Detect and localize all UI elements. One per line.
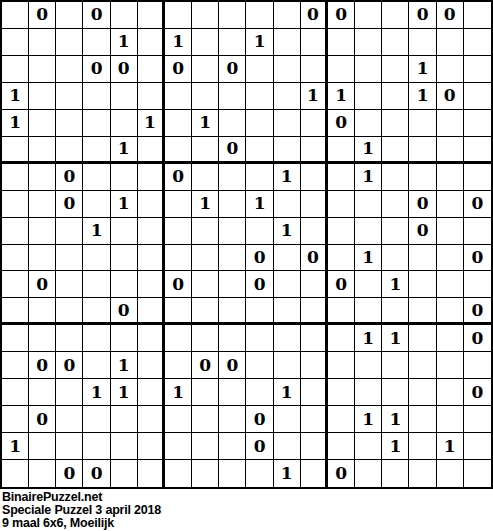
cell-r10c14: 1	[355, 245, 382, 272]
cell-r7c10[interactable]	[246, 164, 273, 191]
cell-r3c18[interactable]	[464, 56, 491, 83]
cell-r7c15[interactable]	[382, 164, 409, 191]
cell-r4c9[interactable]	[219, 83, 246, 110]
cell-r1c11[interactable]	[274, 2, 301, 29]
cell-r8c15[interactable]	[382, 191, 409, 218]
cell-r10c7[interactable]	[165, 245, 192, 272]
cell-r17c5[interactable]	[111, 433, 138, 460]
cell-r2c8[interactable]	[192, 29, 219, 56]
cell-r3c8[interactable]	[192, 56, 219, 83]
cell-r18c16[interactable]	[409, 460, 436, 487]
cell-r6c1[interactable]	[2, 137, 29, 164]
cell-r2c5: 1	[111, 29, 138, 56]
cell-r13c3[interactable]	[56, 325, 83, 352]
cell-r18c2[interactable]	[29, 460, 56, 487]
cell-r17c4[interactable]	[83, 433, 110, 460]
cell-r10c9[interactable]	[219, 245, 246, 272]
cell-r15c13[interactable]	[328, 379, 355, 406]
cell-r16c5[interactable]	[111, 406, 138, 433]
cell-r4c8[interactable]	[192, 83, 219, 110]
cell-r18c7[interactable]	[165, 460, 192, 487]
cell-r14c10[interactable]	[246, 352, 273, 379]
cell-r14c1[interactable]	[2, 352, 29, 379]
cell-r18c12[interactable]	[301, 460, 328, 487]
cell-r18c9[interactable]	[219, 460, 246, 487]
cell-r2c6[interactable]	[138, 29, 165, 56]
cell-r12c7[interactable]	[165, 298, 192, 325]
cell-r18c6[interactable]	[138, 460, 165, 487]
cell-r1c6[interactable]	[138, 2, 165, 29]
cell-r6c6[interactable]	[138, 137, 165, 164]
cell-r6c8[interactable]	[192, 137, 219, 164]
cell-r7c17[interactable]	[437, 164, 464, 191]
cell-r3c2[interactable]	[29, 56, 56, 83]
cell-r1c1[interactable]	[2, 2, 29, 29]
cell-r11c6[interactable]	[138, 271, 165, 298]
cell-r5c14[interactable]	[355, 110, 382, 137]
cell-r12c3[interactable]	[56, 298, 83, 325]
cell-r11c7: 0	[165, 271, 192, 298]
cell-r16c16[interactable]	[409, 406, 436, 433]
cell-r13c7[interactable]	[165, 325, 192, 352]
cell-r10c3[interactable]	[56, 245, 83, 272]
cell-r17c11[interactable]	[274, 433, 301, 460]
cell-r4c11[interactable]	[274, 83, 301, 110]
cell-r11c12[interactable]	[301, 271, 328, 298]
cell-r16c3[interactable]	[56, 406, 83, 433]
cell-r17c16[interactable]	[409, 433, 436, 460]
cell-r4c17: 0	[437, 83, 464, 110]
cell-r2c4[interactable]	[83, 29, 110, 56]
cell-r5c15[interactable]	[382, 110, 409, 137]
cell-r14c17[interactable]	[437, 352, 464, 379]
cell-r14c8: 0	[192, 352, 219, 379]
cell-r8c1[interactable]	[2, 191, 29, 218]
cell-r10c4[interactable]	[83, 245, 110, 272]
cell-r15c12[interactable]	[301, 379, 328, 406]
cell-r14c16[interactable]	[409, 352, 436, 379]
cell-r18c15[interactable]	[382, 460, 409, 487]
cell-r11c11[interactable]	[274, 271, 301, 298]
cell-r10c18: 0	[464, 245, 491, 272]
cell-r7c12[interactable]	[301, 164, 328, 191]
cell-r8c3: 0	[56, 191, 83, 218]
cell-r9c7[interactable]	[165, 218, 192, 245]
cell-r10c2[interactable]	[29, 245, 56, 272]
cell-r6c18[interactable]	[464, 137, 491, 164]
cell-r16c12[interactable]	[301, 406, 328, 433]
cell-r7c11: 1	[274, 164, 301, 191]
cell-r13c6[interactable]	[138, 325, 165, 352]
cell-r17c8[interactable]	[192, 433, 219, 460]
cell-r14c18[interactable]	[464, 352, 491, 379]
cell-r11c17[interactable]	[437, 271, 464, 298]
cell-r12c10[interactable]	[246, 298, 273, 325]
cell-r13c10[interactable]	[246, 325, 273, 352]
cell-r14c9: 0	[219, 352, 246, 379]
cell-r7c2[interactable]	[29, 164, 56, 191]
cell-r11c13: 0	[328, 271, 355, 298]
cell-r8c2[interactable]	[29, 191, 56, 218]
cell-r13c9[interactable]	[219, 325, 246, 352]
cell-r14c14[interactable]	[355, 352, 382, 379]
cell-r9c2[interactable]	[29, 218, 56, 245]
cell-r1c10[interactable]	[246, 2, 273, 29]
cell-r1c3[interactable]	[56, 2, 83, 29]
cell-r9c9[interactable]	[219, 218, 246, 245]
cell-r13c17[interactable]	[437, 325, 464, 352]
cell-r6c9: 0	[219, 137, 246, 164]
cell-r4c15[interactable]	[382, 83, 409, 110]
cell-r5c9[interactable]	[219, 110, 246, 137]
cell-r12c13[interactable]	[328, 298, 355, 325]
cell-r4c1: 1	[2, 83, 29, 110]
cell-r15c7: 1	[165, 379, 192, 406]
cell-r3c17[interactable]	[437, 56, 464, 83]
cell-r1c4: 0	[83, 2, 110, 29]
cell-r6c14: 1	[355, 137, 382, 164]
cell-r1c9[interactable]	[219, 2, 246, 29]
cell-r12c8[interactable]	[192, 298, 219, 325]
cell-r5c7[interactable]	[165, 110, 192, 137]
cell-r7c9[interactable]	[219, 164, 246, 191]
cell-r3c3[interactable]	[56, 56, 83, 83]
cell-r9c14[interactable]	[355, 218, 382, 245]
cell-r14c11[interactable]	[274, 352, 301, 379]
cell-r15c17[interactable]	[437, 379, 464, 406]
cell-r11c2: 0	[29, 271, 56, 298]
cell-r14c15[interactable]	[382, 352, 409, 379]
cell-r14c12[interactable]	[301, 352, 328, 379]
cell-r2c16[interactable]	[409, 29, 436, 56]
cell-r9c15[interactable]	[382, 218, 409, 245]
cell-r13c14: 1	[355, 325, 382, 352]
cell-r7c6[interactable]	[138, 164, 165, 191]
cell-r16c10: 0	[246, 406, 273, 433]
cell-r9c3[interactable]	[56, 218, 83, 245]
cell-r12c11[interactable]	[274, 298, 301, 325]
cell-r6c7[interactable]	[165, 137, 192, 164]
cell-r13c12[interactable]	[301, 325, 328, 352]
cell-r15c15[interactable]	[382, 379, 409, 406]
cell-r11c3[interactable]	[56, 271, 83, 298]
cell-r10c15[interactable]	[382, 245, 409, 272]
cell-r14c4[interactable]	[83, 352, 110, 379]
cell-r7c16[interactable]	[409, 164, 436, 191]
cell-r18c18[interactable]	[464, 460, 491, 487]
cell-r13c8[interactable]	[192, 325, 219, 352]
cell-r8c5: 1	[111, 191, 138, 218]
cell-r17c10: 0	[246, 433, 273, 460]
cell-r18c4: 0	[83, 460, 110, 487]
cell-r9c18[interactable]	[464, 218, 491, 245]
cell-r17c3[interactable]	[56, 433, 83, 460]
cell-r11c4[interactable]	[83, 271, 110, 298]
cell-r12c9[interactable]	[219, 298, 246, 325]
cell-r6c11[interactable]	[274, 137, 301, 164]
cell-r8c7[interactable]	[165, 191, 192, 218]
cell-r7c8[interactable]	[192, 164, 219, 191]
cell-r4c12: 1	[301, 83, 328, 110]
cell-r10c13[interactable]	[328, 245, 355, 272]
cell-r15c1[interactable]	[2, 379, 29, 406]
cell-r11c15: 1	[382, 271, 409, 298]
cell-r10c10: 0	[246, 245, 273, 272]
cell-r12c6[interactable]	[138, 298, 165, 325]
cell-r17c18[interactable]	[464, 433, 491, 460]
cell-r9c13[interactable]	[328, 218, 355, 245]
cell-r7c3: 0	[56, 164, 83, 191]
cell-r16c9[interactable]	[219, 406, 246, 433]
cell-r15c9[interactable]	[219, 379, 246, 406]
cell-r10c16[interactable]	[409, 245, 436, 272]
cell-r3c5: 0	[111, 56, 138, 83]
cell-r4c6[interactable]	[138, 83, 165, 110]
cell-r9c5[interactable]	[111, 218, 138, 245]
cell-r17c9[interactable]	[219, 433, 246, 460]
cell-r7c1[interactable]	[2, 164, 29, 191]
cell-r2c15[interactable]	[382, 29, 409, 56]
cell-r8c14[interactable]	[355, 191, 382, 218]
cell-r12c18: 0	[464, 298, 491, 325]
cell-r8c6[interactable]	[138, 191, 165, 218]
cell-r16c17[interactable]	[437, 406, 464, 433]
cell-r5c12[interactable]	[301, 110, 328, 137]
cell-r15c5: 1	[111, 379, 138, 406]
cell-r8c9[interactable]	[219, 191, 246, 218]
cell-r15c6[interactable]	[138, 379, 165, 406]
cell-r16c14: 1	[355, 406, 382, 433]
cell-r2c13[interactable]	[328, 29, 355, 56]
cell-r17c13[interactable]	[328, 433, 355, 460]
cell-r4c10[interactable]	[246, 83, 273, 110]
cell-r6c4[interactable]	[83, 137, 110, 164]
cell-r5c2[interactable]	[29, 110, 56, 137]
cell-r6c2[interactable]	[29, 137, 56, 164]
cell-r16c6[interactable]	[138, 406, 165, 433]
cell-r2c14[interactable]	[355, 29, 382, 56]
cell-r5c16[interactable]	[409, 110, 436, 137]
cell-r8c13[interactable]	[328, 191, 355, 218]
cell-r2c9[interactable]	[219, 29, 246, 56]
cell-r1c13: 0	[328, 2, 355, 29]
cell-r10c5[interactable]	[111, 245, 138, 272]
cell-r13c2[interactable]	[29, 325, 56, 352]
cell-r18c13: 0	[328, 460, 355, 487]
cell-r10c6[interactable]	[138, 245, 165, 272]
cell-r6c17[interactable]	[437, 137, 464, 164]
cell-r5c18[interactable]	[464, 110, 491, 137]
cell-r11c14[interactable]	[355, 271, 382, 298]
cell-r12c2[interactable]	[29, 298, 56, 325]
cell-r14c5: 1	[111, 352, 138, 379]
cell-r6c3[interactable]	[56, 137, 83, 164]
cell-r6c12[interactable]	[301, 137, 328, 164]
cell-r1c14[interactable]	[355, 2, 382, 29]
cell-r4c4[interactable]	[83, 83, 110, 110]
cell-r8c16: 0	[409, 191, 436, 218]
cell-r9c12[interactable]	[301, 218, 328, 245]
cell-r13c11[interactable]	[274, 325, 301, 352]
cell-r15c2[interactable]	[29, 379, 56, 406]
cell-r9c17[interactable]	[437, 218, 464, 245]
cell-r6c16[interactable]	[409, 137, 436, 164]
cell-r11c16[interactable]	[409, 271, 436, 298]
cell-r2c11[interactable]	[274, 29, 301, 56]
cell-r9c10[interactable]	[246, 218, 273, 245]
cell-r15c4: 1	[83, 379, 110, 406]
cell-r3c6[interactable]	[138, 56, 165, 83]
cell-r11c18[interactable]	[464, 271, 491, 298]
cell-r1c5[interactable]	[111, 2, 138, 29]
cell-r14c6[interactable]	[138, 352, 165, 379]
cell-r3c7: 0	[165, 56, 192, 83]
cell-r1c15[interactable]	[382, 2, 409, 29]
cell-r13c13[interactable]	[328, 325, 355, 352]
cell-r2c12[interactable]	[301, 29, 328, 56]
cell-r7c18[interactable]	[464, 164, 491, 191]
cell-r12c17[interactable]	[437, 298, 464, 325]
cell-r17c17: 1	[437, 433, 464, 460]
cell-r11c1[interactable]	[2, 271, 29, 298]
cell-r5c4[interactable]	[83, 110, 110, 137]
cell-r14c7[interactable]	[165, 352, 192, 379]
cell-r3c14[interactable]	[355, 56, 382, 83]
cell-r6c10[interactable]	[246, 137, 273, 164]
cell-r5c8: 1	[192, 110, 219, 137]
cell-r17c15: 1	[382, 433, 409, 460]
cell-r2c7: 1	[165, 29, 192, 56]
cell-r7c4[interactable]	[83, 164, 110, 191]
cell-r2c1[interactable]	[2, 29, 29, 56]
cell-r18c3: 0	[56, 460, 83, 487]
cell-r15c10[interactable]	[246, 379, 273, 406]
cell-r2c18[interactable]	[464, 29, 491, 56]
cell-r16c15: 1	[382, 406, 409, 433]
cell-r5c17[interactable]	[437, 110, 464, 137]
cell-r16c7[interactable]	[165, 406, 192, 433]
cell-r10c1[interactable]	[2, 245, 29, 272]
cell-r14c3: 0	[56, 352, 83, 379]
cell-r13c5[interactable]	[111, 325, 138, 352]
cell-r5c10[interactable]	[246, 110, 273, 137]
cell-r16c8[interactable]	[192, 406, 219, 433]
cell-r12c1[interactable]	[2, 298, 29, 325]
cell-r9c1[interactable]	[2, 218, 29, 245]
cell-r10c8[interactable]	[192, 245, 219, 272]
cell-r8c17[interactable]	[437, 191, 464, 218]
cell-r12c14[interactable]	[355, 298, 382, 325]
cell-r13c16[interactable]	[409, 325, 436, 352]
cell-r1c8[interactable]	[192, 2, 219, 29]
cell-r18c17[interactable]	[437, 460, 464, 487]
cell-r17c12[interactable]	[301, 433, 328, 460]
cell-r7c14: 1	[355, 164, 382, 191]
cell-r18c1[interactable]	[2, 460, 29, 487]
cell-r7c13[interactable]	[328, 164, 355, 191]
cell-r16c18[interactable]	[464, 406, 491, 433]
cell-r4c18[interactable]	[464, 83, 491, 110]
cell-r4c7[interactable]	[165, 83, 192, 110]
cell-r10c12: 0	[301, 245, 328, 272]
cell-r13c4[interactable]	[83, 325, 110, 352]
cell-r15c14[interactable]	[355, 379, 382, 406]
cell-r1c2: 0	[29, 2, 56, 29]
cell-r13c1[interactable]	[2, 325, 29, 352]
cell-r17c6[interactable]	[138, 433, 165, 460]
cell-r3c13[interactable]	[328, 56, 355, 83]
cell-r5c3[interactable]	[56, 110, 83, 137]
cell-r12c4[interactable]	[83, 298, 110, 325]
cell-r15c8[interactable]	[192, 379, 219, 406]
cell-r16c13[interactable]	[328, 406, 355, 433]
cell-r4c5[interactable]	[111, 83, 138, 110]
cell-r17c7[interactable]	[165, 433, 192, 460]
cell-r2c3[interactable]	[56, 29, 83, 56]
cell-r3c10[interactable]	[246, 56, 273, 83]
cell-r6c5: 1	[111, 137, 138, 164]
cell-r16c4[interactable]	[83, 406, 110, 433]
cell-r18c8[interactable]	[192, 460, 219, 487]
cell-r15c16[interactable]	[409, 379, 436, 406]
cell-r1c12: 0	[301, 2, 328, 29]
cell-r3c11[interactable]	[274, 56, 301, 83]
cell-r10c11[interactable]	[274, 245, 301, 272]
cell-r8c12[interactable]	[301, 191, 328, 218]
cell-r4c14[interactable]	[355, 83, 382, 110]
cell-r8c4[interactable]	[83, 191, 110, 218]
cell-r12c12[interactable]	[301, 298, 328, 325]
cell-r17c2[interactable]	[29, 433, 56, 460]
cell-r11c8[interactable]	[192, 271, 219, 298]
cell-r3c12[interactable]	[301, 56, 328, 83]
cell-r7c5[interactable]	[111, 164, 138, 191]
cell-r17c14[interactable]	[355, 433, 382, 460]
cell-r1c7[interactable]	[165, 2, 192, 29]
cell-r18c10[interactable]	[246, 460, 273, 487]
cell-r16c1[interactable]	[2, 406, 29, 433]
cell-r3c1[interactable]	[2, 56, 29, 83]
cell-r9c8[interactable]	[192, 218, 219, 245]
cell-r6c15[interactable]	[382, 137, 409, 164]
cell-r11c9[interactable]	[219, 271, 246, 298]
cell-r2c2[interactable]	[29, 29, 56, 56]
cell-r14c13[interactable]	[328, 352, 355, 379]
cell-r12c15[interactable]	[382, 298, 409, 325]
cell-r4c2[interactable]	[29, 83, 56, 110]
cell-r8c11[interactable]	[274, 191, 301, 218]
cell-r9c6[interactable]	[138, 218, 165, 245]
cell-r7c7: 0	[165, 164, 192, 191]
cell-r18c5[interactable]	[111, 460, 138, 487]
cell-r4c3[interactable]	[56, 83, 83, 110]
cell-r11c5[interactable]	[111, 271, 138, 298]
cell-r5c6: 1	[138, 110, 165, 137]
cell-r16c2: 0	[29, 406, 56, 433]
cell-r16c11[interactable]	[274, 406, 301, 433]
cell-r6c13[interactable]	[328, 137, 355, 164]
cell-r2c17[interactable]	[437, 29, 464, 56]
cell-r10c17[interactable]	[437, 245, 464, 272]
cell-r11c10: 0	[246, 271, 273, 298]
cell-r12c16[interactable]	[409, 298, 436, 325]
cell-r5c5[interactable]	[111, 110, 138, 137]
cell-r5c11[interactable]	[274, 110, 301, 137]
cell-r18c14[interactable]	[355, 460, 382, 487]
cell-r15c3[interactable]	[56, 379, 83, 406]
cell-r1c18[interactable]	[464, 2, 491, 29]
cell-r3c15[interactable]	[382, 56, 409, 83]
